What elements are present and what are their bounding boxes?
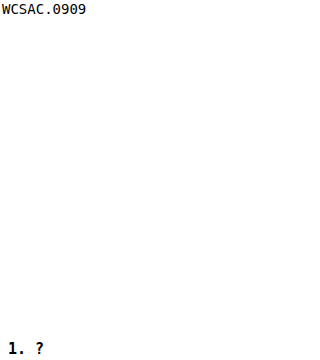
footer: 1. ?: [0, 338, 320, 360]
chess-puzzle-page: WCSAC.0909 1. ?: [0, 0, 320, 360]
puzzle-id: WCSAC.0909: [2, 0, 86, 18]
chess-board: [0, 18, 320, 338]
header: WCSAC.0909: [0, 0, 320, 18]
move-prompt: 1. ?: [8, 340, 44, 358]
